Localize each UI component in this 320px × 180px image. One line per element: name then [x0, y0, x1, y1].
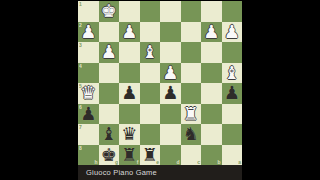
square-h3[interactable]: 3	[78, 42, 99, 63]
square-g4[interactable]	[99, 63, 120, 84]
square-h2[interactable]: ♟2	[78, 22, 99, 43]
square-a3[interactable]	[222, 42, 243, 63]
square-a4[interactable]: ♝	[222, 63, 243, 84]
square-g6[interactable]	[99, 104, 120, 125]
square-d6[interactable]	[160, 104, 181, 125]
black-pawn-f5: ♟	[121, 83, 137, 103]
rank-label-8: 8	[79, 145, 82, 151]
square-a2[interactable]: ♟	[222, 22, 243, 43]
rank-label-2: 2	[79, 22, 82, 28]
square-f3[interactable]	[119, 42, 140, 63]
square-c6[interactable]: ♜	[181, 104, 202, 125]
white-pawn-h2: ♟	[80, 22, 96, 42]
square-b2[interactable]: ♟	[201, 22, 222, 43]
rank-label-1: 1	[79, 1, 82, 7]
square-h1[interactable]: 1	[78, 1, 99, 22]
square-d3[interactable]	[160, 42, 181, 63]
rank-label-7: 7	[79, 124, 82, 130]
square-e5[interactable]	[140, 83, 161, 104]
square-c5[interactable]	[181, 83, 202, 104]
square-d1[interactable]	[160, 1, 181, 22]
letterbox-right	[242, 0, 320, 180]
square-f1[interactable]	[119, 1, 140, 22]
letterbox-left	[0, 0, 78, 180]
square-b6[interactable]	[201, 104, 222, 125]
square-b1[interactable]	[201, 1, 222, 22]
white-pawn-b2: ♟	[203, 22, 219, 42]
square-c4[interactable]	[181, 63, 202, 84]
square-b4[interactable]	[201, 63, 222, 84]
square-f7[interactable]: ♛	[119, 124, 140, 145]
square-h7[interactable]: 7	[78, 124, 99, 145]
square-g2[interactable]	[99, 22, 120, 43]
video-frame: 1♚♟2♟♟♟3♟♝4♟♝♛5♟♟♟♟6♜7♝♛♞8h♚g♜f♜edcba Gi…	[0, 0, 320, 180]
black-pawn-d5: ♟	[162, 83, 178, 103]
square-f6[interactable]	[119, 104, 140, 125]
black-queen-f7: ♛	[121, 124, 137, 144]
square-f5[interactable]: ♟	[119, 83, 140, 104]
white-queen-h5: ♛	[80, 83, 96, 103]
white-bishop-e3: ♝	[142, 42, 158, 62]
square-g7[interactable]: ♝	[99, 124, 120, 145]
square-c8[interactable]: c	[181, 145, 202, 166]
square-a5[interactable]: ♟	[222, 83, 243, 104]
square-g3[interactable]: ♟	[99, 42, 120, 63]
rank-label-6: 6	[79, 104, 82, 110]
square-e8[interactable]: ♜e	[140, 145, 161, 166]
square-e1[interactable]	[140, 1, 161, 22]
white-bishop-a4: ♝	[224, 63, 240, 83]
square-b5[interactable]	[201, 83, 222, 104]
square-e2[interactable]	[140, 22, 161, 43]
square-e3[interactable]: ♝	[140, 42, 161, 63]
square-d2[interactable]	[160, 22, 181, 43]
black-rook-f8: ♜	[121, 145, 137, 165]
square-c1[interactable]	[181, 1, 202, 22]
square-c3[interactable]	[181, 42, 202, 63]
rank-label-4: 4	[79, 63, 82, 69]
black-pawn-h6: ♟	[80, 104, 96, 124]
white-king-g1: ♚	[101, 1, 117, 21]
square-g8[interactable]: ♚g	[99, 145, 120, 166]
square-f4[interactable]	[119, 63, 140, 84]
white-pawn-a2: ♟	[224, 22, 240, 42]
square-b8[interactable]: b	[201, 145, 222, 166]
square-d7[interactable]	[160, 124, 181, 145]
square-e7[interactable]	[140, 124, 161, 145]
square-b3[interactable]	[201, 42, 222, 63]
square-a1[interactable]	[222, 1, 243, 22]
square-e4[interactable]	[140, 63, 161, 84]
square-f2[interactable]: ♟	[119, 22, 140, 43]
square-a8[interactable]: a	[222, 145, 243, 166]
square-h4[interactable]: 4	[78, 63, 99, 84]
white-pawn-g3: ♟	[101, 42, 117, 62]
square-d8[interactable]: d	[160, 145, 181, 166]
black-pawn-a5: ♟	[224, 83, 240, 103]
square-g1[interactable]: ♚	[99, 1, 120, 22]
square-f8[interactable]: ♜f	[119, 145, 140, 166]
rank-label-3: 3	[79, 42, 82, 48]
square-d4[interactable]: ♟	[160, 63, 181, 84]
white-pawn-d4: ♟	[162, 63, 178, 83]
black-bishop-g7: ♝	[101, 124, 117, 144]
square-a7[interactable]	[222, 124, 243, 145]
square-c7[interactable]: ♞	[181, 124, 202, 145]
caption-bar: Giuoco Piano Game	[78, 165, 242, 180]
white-rook-c6: ♜	[183, 104, 199, 124]
chess-board: 1♚♟2♟♟♟3♟♝4♟♝♛5♟♟♟♟6♜7♝♛♞8h♚g♜f♜edcba	[78, 1, 242, 165]
square-c2[interactable]	[181, 22, 202, 43]
square-e6[interactable]	[140, 104, 161, 125]
square-h5[interactable]: ♛5	[78, 83, 99, 104]
rank-label-5: 5	[79, 83, 82, 89]
square-a6[interactable]	[222, 104, 243, 125]
square-d5[interactable]: ♟	[160, 83, 181, 104]
square-h6[interactable]: ♟6	[78, 104, 99, 125]
square-g5[interactable]	[99, 83, 120, 104]
opening-name-label: Giuoco Piano Game	[86, 168, 157, 177]
square-h8[interactable]: 8h	[78, 145, 99, 166]
white-pawn-f2: ♟	[121, 22, 137, 42]
black-knight-c7: ♞	[183, 124, 199, 144]
square-b7[interactable]	[201, 124, 222, 145]
